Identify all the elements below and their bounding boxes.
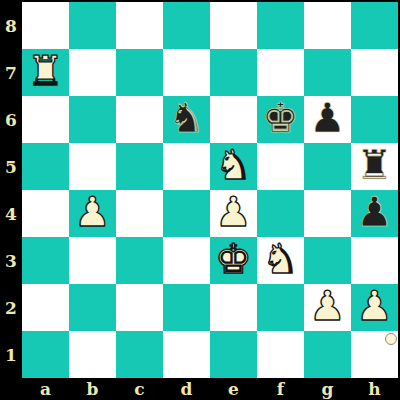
rank-labels: 87654321 xyxy=(0,2,22,378)
square-f1[interactable] xyxy=(257,331,304,378)
square-e5[interactable]: ♞ xyxy=(210,143,257,190)
square-e3[interactable]: ♚ xyxy=(210,237,257,284)
square-f4[interactable] xyxy=(257,190,304,237)
square-b2[interactable] xyxy=(69,284,116,331)
square-g6[interactable]: ♟ xyxy=(304,96,351,143)
square-a1[interactable] xyxy=(22,331,69,378)
square-b8[interactable] xyxy=(69,2,116,49)
square-b3[interactable] xyxy=(69,237,116,284)
square-g7[interactable] xyxy=(304,49,351,96)
file-label-b: b xyxy=(69,378,116,400)
square-h2[interactable]: ♟ xyxy=(351,284,398,331)
piece-white-knight: ♞ xyxy=(262,237,299,283)
piece-black-pawn: ♟ xyxy=(356,190,393,236)
square-h4[interactable]: ♟ xyxy=(351,190,398,237)
rank-label-2: 2 xyxy=(0,284,22,331)
rank-label-1: 1 xyxy=(0,331,22,378)
square-f3[interactable]: ♞ xyxy=(257,237,304,284)
chess-puzzle-diagram: ♜♞♚♟♞♜♟♟♟♚♞♟♟ 87654321 abcdefgh xyxy=(0,0,400,400)
square-a6[interactable] xyxy=(22,96,69,143)
square-a5[interactable] xyxy=(22,143,69,190)
square-g4[interactable] xyxy=(304,190,351,237)
square-e8[interactable] xyxy=(210,2,257,49)
square-d2[interactable] xyxy=(163,284,210,331)
rank-label-8: 8 xyxy=(0,2,22,49)
piece-white-pawn: ♟ xyxy=(215,190,252,236)
square-g5[interactable] xyxy=(304,143,351,190)
square-d8[interactable] xyxy=(163,2,210,49)
chess-board: ♜♞♚♟♞♜♟♟♟♚♞♟♟ xyxy=(22,2,398,378)
square-a2[interactable] xyxy=(22,284,69,331)
square-a4[interactable] xyxy=(22,190,69,237)
piece-white-knight: ♞ xyxy=(215,143,252,189)
square-f2[interactable] xyxy=(257,284,304,331)
piece-black-rook: ♜ xyxy=(356,143,393,189)
square-c1[interactable] xyxy=(116,331,163,378)
square-b1[interactable] xyxy=(69,331,116,378)
square-g1[interactable] xyxy=(304,331,351,378)
square-d3[interactable] xyxy=(163,237,210,284)
square-e6[interactable] xyxy=(210,96,257,143)
square-b4[interactable]: ♟ xyxy=(69,190,116,237)
rank-label-5: 5 xyxy=(0,143,22,190)
square-h8[interactable] xyxy=(351,2,398,49)
square-d5[interactable] xyxy=(163,143,210,190)
file-label-e: e xyxy=(210,378,257,400)
square-d6[interactable]: ♞ xyxy=(163,96,210,143)
file-label-d: d xyxy=(163,378,210,400)
square-g2[interactable]: ♟ xyxy=(304,284,351,331)
square-d1[interactable] xyxy=(163,331,210,378)
square-h7[interactable] xyxy=(351,49,398,96)
piece-white-pawn: ♟ xyxy=(74,190,111,236)
square-c6[interactable] xyxy=(116,96,163,143)
square-f8[interactable] xyxy=(257,2,304,49)
square-c2[interactable] xyxy=(116,284,163,331)
file-label-h: h xyxy=(351,378,398,400)
piece-white-pawn: ♟ xyxy=(356,284,393,330)
square-a3[interactable] xyxy=(22,237,69,284)
piece-white-king: ♚ xyxy=(215,237,252,283)
piece-black-pawn: ♟ xyxy=(309,96,346,142)
rank-label-4: 4 xyxy=(0,190,22,237)
piece-white-rook: ♜ xyxy=(27,49,64,95)
file-label-g: g xyxy=(304,378,351,400)
square-f6[interactable]: ♚ xyxy=(257,96,304,143)
square-c4[interactable] xyxy=(116,190,163,237)
rank-label-7: 7 xyxy=(0,49,22,96)
square-f7[interactable] xyxy=(257,49,304,96)
square-a7[interactable]: ♜ xyxy=(22,49,69,96)
square-h3[interactable] xyxy=(351,237,398,284)
square-e7[interactable] xyxy=(210,49,257,96)
square-a8[interactable] xyxy=(22,2,69,49)
file-label-a: a xyxy=(22,378,69,400)
piece-black-king: ♚ xyxy=(262,96,299,142)
square-f5[interactable] xyxy=(257,143,304,190)
square-c5[interactable] xyxy=(116,143,163,190)
square-b7[interactable] xyxy=(69,49,116,96)
square-c3[interactable] xyxy=(116,237,163,284)
white-to-move-indicator xyxy=(385,333,397,345)
square-c8[interactable] xyxy=(116,2,163,49)
square-c7[interactable] xyxy=(116,49,163,96)
square-b6[interactable] xyxy=(69,96,116,143)
square-h5[interactable]: ♜ xyxy=(351,143,398,190)
square-b5[interactable] xyxy=(69,143,116,190)
piece-white-pawn: ♟ xyxy=(309,284,346,330)
square-g8[interactable] xyxy=(304,2,351,49)
rank-label-3: 3 xyxy=(0,237,22,284)
square-g3[interactable] xyxy=(304,237,351,284)
square-e2[interactable] xyxy=(210,284,257,331)
square-d4[interactable] xyxy=(163,190,210,237)
rank-label-6: 6 xyxy=(0,96,22,143)
square-d7[interactable] xyxy=(163,49,210,96)
file-label-f: f xyxy=(257,378,304,400)
square-e4[interactable]: ♟ xyxy=(210,190,257,237)
square-e1[interactable] xyxy=(210,331,257,378)
file-label-c: c xyxy=(116,378,163,400)
piece-black-knight: ♞ xyxy=(168,96,205,142)
file-labels: abcdefgh xyxy=(22,378,398,400)
square-h6[interactable] xyxy=(351,96,398,143)
